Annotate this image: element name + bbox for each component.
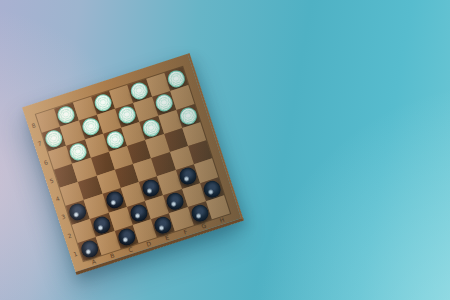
scene-background: ABCDEFGH 12345678 [0,0,450,300]
board-frame: ABCDEFGH 12345678 [22,53,244,275]
checkers-board: ABCDEFGH 12345678 [22,53,244,275]
